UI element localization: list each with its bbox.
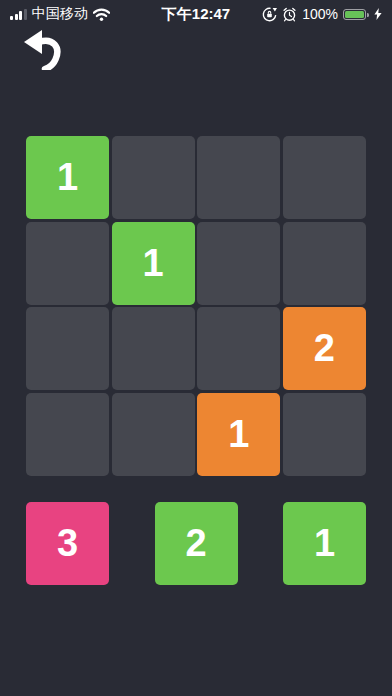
undo-arrow-icon: [22, 28, 62, 70]
board-cell-r1c0[interactable]: [26, 222, 109, 305]
board-cell-r1c2[interactable]: [197, 222, 280, 305]
battery-icon: [343, 9, 366, 20]
battery-fill: [345, 11, 364, 18]
game-screen: 中国移动 下午12:47 100%: [0, 0, 392, 696]
tray-tile-1[interactable]: 3: [26, 502, 109, 585]
status-bar-left: 中国移动: [10, 5, 110, 23]
carrier-label: 中国移动: [32, 5, 89, 23]
board-cell-r2c2[interactable]: [197, 307, 280, 390]
board-cell-r0c0[interactable]: 1: [26, 136, 109, 219]
alarm-clock-icon: [282, 7, 297, 22]
board-cell-r3c0[interactable]: [26, 393, 109, 476]
puzzle-board: 1 1 2 1: [26, 136, 366, 476]
tile-tray: 3 2 1: [26, 502, 366, 585]
status-bar: 中国移动 下午12:47 100%: [0, 0, 392, 26]
battery-percent-label: 100%: [302, 6, 338, 22]
signal-strength-icon: [10, 9, 27, 20]
board-cell-r0c3[interactable]: [283, 136, 366, 219]
board-cell-r3c3[interactable]: [283, 393, 366, 476]
board-cell-r2c3[interactable]: 2: [283, 307, 366, 390]
tray-tile-3[interactable]: 1: [283, 502, 366, 585]
status-bar-right: 100%: [262, 6, 382, 22]
board-cell-r3c1[interactable]: [112, 393, 195, 476]
board-cell-r2c0[interactable]: [26, 307, 109, 390]
back-button[interactable]: [22, 28, 62, 70]
tray-tile-2[interactable]: 2: [155, 502, 238, 585]
board-cell-r0c1[interactable]: [112, 136, 195, 219]
board-cell-r1c3[interactable]: [283, 222, 366, 305]
board-cell-r2c1[interactable]: [112, 307, 195, 390]
board-cell-r0c2[interactable]: [197, 136, 280, 219]
board-cell-r3c2[interactable]: 1: [197, 393, 280, 476]
orientation-lock-icon: [262, 7, 277, 22]
charging-bolt-icon: [374, 8, 382, 20]
wifi-icon: [93, 8, 110, 21]
board-cell-r1c1[interactable]: 1: [112, 222, 195, 305]
